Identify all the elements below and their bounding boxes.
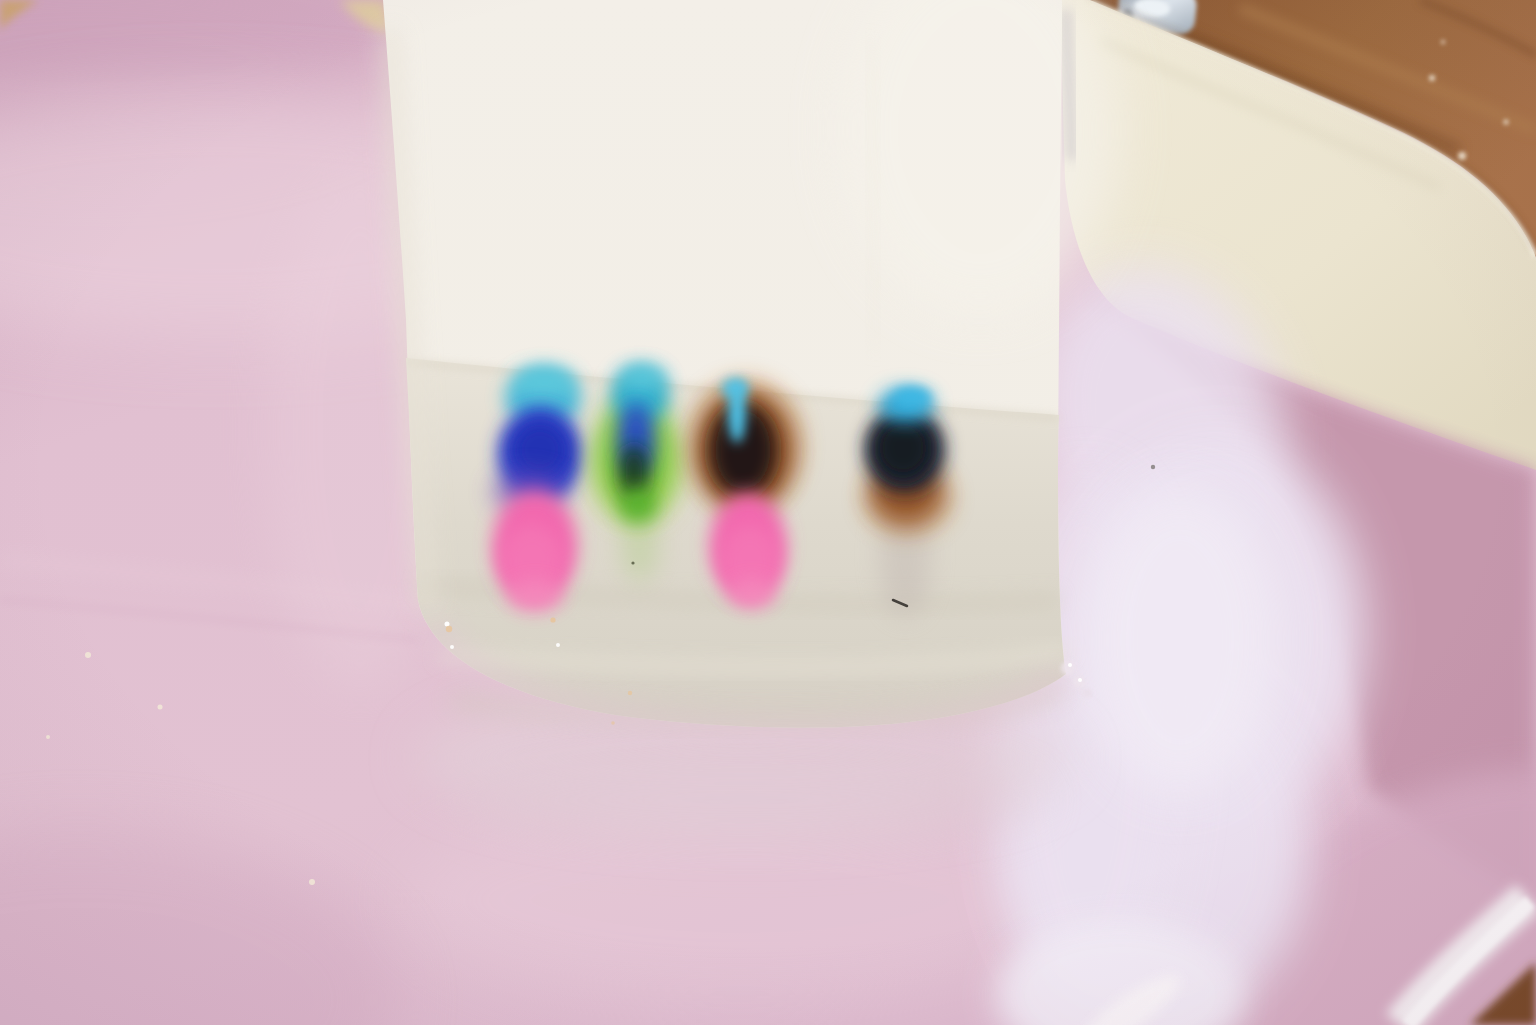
- vignette-overlay: [0, 0, 1536, 1025]
- scene-canvas: [0, 0, 1536, 1025]
- photo-chromatography-scene: [0, 0, 1536, 1025]
